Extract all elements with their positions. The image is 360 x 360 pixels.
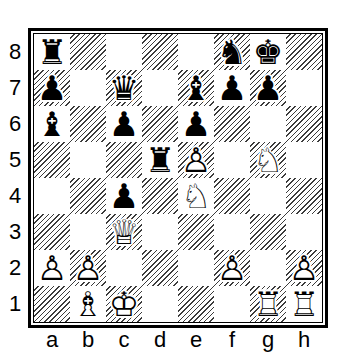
black-pawn: ♟ [250, 70, 286, 106]
white-pawn: ♙ [70, 250, 106, 286]
square-a1[interactable] [34, 286, 70, 322]
square-f8[interactable]: ♞ [214, 34, 250, 70]
black-pawn: ♟ [106, 178, 142, 214]
white-bishop: ♗ [70, 286, 106, 322]
square-b4[interactable] [70, 178, 106, 214]
black-bishop: ♝ [178, 70, 214, 106]
file-label-g: g [250, 325, 286, 357]
file-labels: abcdefgh [34, 325, 322, 357]
white-knight-fill: ♞ [178, 178, 214, 214]
square-d4[interactable] [142, 178, 178, 214]
white-rook-fill: ♜ [286, 286, 322, 322]
black-pawn: ♟ [106, 106, 142, 142]
file-label-h: h [286, 325, 322, 357]
square-c2[interactable] [106, 250, 142, 286]
file-label-d: d [142, 325, 178, 357]
rank-label-5: 5 [3, 142, 27, 178]
square-e4[interactable]: ♞♘ [178, 178, 214, 214]
square-f4[interactable] [214, 178, 250, 214]
square-e6[interactable]: ♟ [178, 106, 214, 142]
white-pawn-fill: ♟ [214, 250, 250, 286]
rank-labels: 87654321 [3, 34, 27, 322]
square-f6[interactable] [214, 106, 250, 142]
white-rook-fill: ♜ [250, 286, 286, 322]
white-pawn: ♙ [178, 142, 214, 178]
rank-label-7: 7 [3, 70, 27, 106]
square-h1[interactable]: ♜♖ [286, 286, 322, 322]
file-label-e: e [178, 325, 214, 357]
square-d2[interactable] [142, 250, 178, 286]
file-label-c: c [106, 325, 142, 357]
square-d7[interactable] [142, 70, 178, 106]
white-king-fill: ♚ [106, 286, 142, 322]
square-e3[interactable] [178, 214, 214, 250]
square-b8[interactable] [70, 34, 106, 70]
white-rook: ♖ [286, 286, 322, 322]
square-a5[interactable] [34, 142, 70, 178]
square-d8[interactable] [142, 34, 178, 70]
square-b7[interactable] [70, 70, 106, 106]
square-h4[interactable] [286, 178, 322, 214]
white-queen-fill: ♛ [106, 214, 142, 250]
square-c4[interactable]: ♟ [106, 178, 142, 214]
white-knight-fill: ♞ [250, 142, 286, 178]
white-knight: ♘ [178, 178, 214, 214]
square-f5[interactable] [214, 142, 250, 178]
square-h8[interactable] [286, 34, 322, 70]
rank-label-8: 8 [3, 34, 27, 70]
white-knight: ♘ [250, 142, 286, 178]
square-b1[interactable]: ♝♗ [70, 286, 106, 322]
square-h6[interactable] [286, 106, 322, 142]
square-e8[interactable] [178, 34, 214, 70]
square-g3[interactable] [250, 214, 286, 250]
square-g5[interactable]: ♞♘ [250, 142, 286, 178]
white-pawn-fill: ♟ [70, 250, 106, 286]
file-label-b: b [70, 325, 106, 357]
square-f3[interactable] [214, 214, 250, 250]
file-label-f: f [214, 325, 250, 357]
square-d1[interactable] [142, 286, 178, 322]
square-h3[interactable] [286, 214, 322, 250]
white-pawn-fill: ♟ [34, 250, 70, 286]
square-g6[interactable] [250, 106, 286, 142]
square-a4[interactable] [34, 178, 70, 214]
square-c6[interactable]: ♟ [106, 106, 142, 142]
square-c7[interactable]: ♛ [106, 70, 142, 106]
black-pawn: ♟ [214, 70, 250, 106]
square-e1[interactable] [178, 286, 214, 322]
rank-label-6: 6 [3, 106, 27, 142]
square-g7[interactable]: ♟ [250, 70, 286, 106]
square-d6[interactable] [142, 106, 178, 142]
black-bishop: ♝ [34, 106, 70, 142]
white-pawn-fill: ♟ [286, 250, 322, 286]
square-g8[interactable]: ♚ [250, 34, 286, 70]
square-b5[interactable] [70, 142, 106, 178]
white-bishop-fill: ♝ [70, 286, 106, 322]
square-f2[interactable]: ♟♙ [214, 250, 250, 286]
square-a2[interactable]: ♟♙ [34, 250, 70, 286]
white-king: ♔ [106, 286, 142, 322]
square-c3[interactable]: ♛♕ [106, 214, 142, 250]
rank-label-1: 1 [3, 286, 27, 322]
square-e2[interactable] [178, 250, 214, 286]
black-pawn: ♟ [34, 70, 70, 106]
square-a6[interactable]: ♝ [34, 106, 70, 142]
white-rook: ♖ [250, 286, 286, 322]
square-e7[interactable]: ♝ [178, 70, 214, 106]
square-b6[interactable] [70, 106, 106, 142]
square-a8[interactable]: ♜ [34, 34, 70, 70]
chess-board-frame: ♜♞♚♟♛♝♟♟♝♟♟♜♟♙♞♘♟♞♘♛♕♟♙♟♙♟♙♟♙♝♗♚♔♜♖♜♖ [28, 28, 328, 328]
black-rook: ♜ [142, 142, 178, 178]
square-c5[interactable] [106, 142, 142, 178]
square-b3[interactable] [70, 214, 106, 250]
square-d5[interactable]: ♜ [142, 142, 178, 178]
chess-board: ♜♞♚♟♛♝♟♟♝♟♟♜♟♙♞♘♟♞♘♛♕♟♙♟♙♟♙♟♙♝♗♚♔♜♖♜♖ [34, 34, 322, 322]
black-queen: ♛ [106, 70, 142, 106]
square-h5[interactable] [286, 142, 322, 178]
chess-board-border: ♜♞♚♟♛♝♟♟♝♟♟♜♟♙♞♘♟♞♘♛♕♟♙♟♙♟♙♟♙♝♗♚♔♜♖♜♖ [33, 33, 323, 323]
black-rook: ♜ [34, 34, 70, 70]
square-c8[interactable] [106, 34, 142, 70]
rank-label-3: 3 [3, 214, 27, 250]
white-pawn-fill: ♟ [178, 142, 214, 178]
black-knight: ♞ [214, 34, 250, 70]
square-d3[interactable] [142, 214, 178, 250]
white-pawn: ♙ [286, 250, 322, 286]
square-a3[interactable] [34, 214, 70, 250]
square-h7[interactable] [286, 70, 322, 106]
white-pawn: ♙ [214, 250, 250, 286]
square-e5[interactable]: ♟♙ [178, 142, 214, 178]
square-c1[interactable]: ♚♔ [106, 286, 142, 322]
square-h2[interactable]: ♟♙ [286, 250, 322, 286]
square-g2[interactable] [250, 250, 286, 286]
square-b2[interactable]: ♟♙ [70, 250, 106, 286]
square-f1[interactable] [214, 286, 250, 322]
square-g1[interactable]: ♜♖ [250, 286, 286, 322]
rank-label-4: 4 [3, 178, 27, 214]
square-g4[interactable] [250, 178, 286, 214]
white-pawn: ♙ [34, 250, 70, 286]
square-f7[interactable]: ♟ [214, 70, 250, 106]
file-label-a: a [34, 325, 70, 357]
square-a7[interactable]: ♟ [34, 70, 70, 106]
black-pawn: ♟ [178, 106, 214, 142]
rank-label-2: 2 [3, 250, 27, 286]
black-king: ♚ [250, 34, 286, 70]
chess-diagram: ♜♞♚♟♛♝♟♟♝♟♟♜♟♙♞♘♟♞♘♛♕♟♙♟♙♟♙♟♙♝♗♚♔♜♖♜♖ 87… [0, 0, 360, 360]
white-queen: ♕ [106, 214, 142, 250]
